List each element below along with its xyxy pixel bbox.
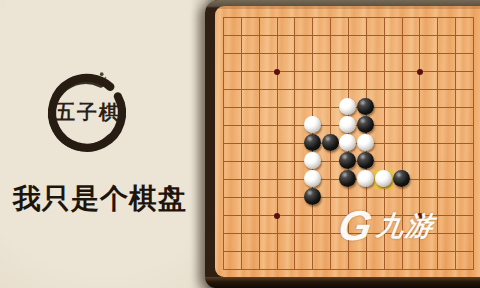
white-stone [339, 134, 356, 151]
white-stone [304, 152, 321, 169]
grid-line-horizontal [223, 251, 474, 252]
white-stone [339, 98, 356, 115]
grid-line-vertical [455, 17, 456, 270]
grid-line-vertical [473, 17, 474, 270]
game-logo-title: 五子棋 [36, 99, 140, 126]
star-point [417, 69, 423, 75]
star-point [274, 213, 280, 219]
grid-line-horizontal [223, 269, 474, 270]
gomoku-promo-screen: 五子棋 我只是个棋盘 G 九游 [0, 0, 480, 288]
board-bottom-edge [205, 277, 480, 288]
black-stone [322, 134, 339, 151]
black-stone [357, 152, 374, 169]
board-face[interactable]: G 九游 [215, 6, 480, 277]
black-stone [304, 188, 321, 205]
black-stone [339, 152, 356, 169]
caption-text: 我只是个棋盘 [0, 180, 200, 218]
white-stone [339, 116, 356, 133]
black-stone [393, 170, 410, 187]
white-stone [304, 170, 321, 187]
watermark-9game: G 九游 [336, 206, 437, 246]
black-stone [357, 116, 374, 133]
game-board: G 九游 [205, 0, 480, 288]
watermark-text: 九游 [374, 208, 437, 244]
9game-logo-icon: G [336, 206, 374, 246]
black-stone [304, 134, 321, 151]
black-stone [357, 98, 374, 115]
white-stone [357, 170, 374, 187]
white-stone [375, 170, 392, 187]
white-stone [304, 116, 321, 133]
black-stone [339, 170, 356, 187]
white-stone [357, 134, 374, 151]
left-panel: 五子棋 我只是个棋盘 [0, 0, 215, 288]
star-point [274, 69, 280, 75]
